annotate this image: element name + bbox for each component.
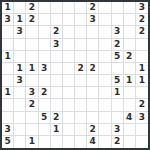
clue-cell-r0c7: 2 (87, 2, 99, 14)
clue-cell-r11c7: 4 (87, 136, 99, 148)
empty-cell-r7c11[interactable] (136, 87, 148, 99)
empty-cell-r5c8[interactable] (99, 63, 111, 75)
empty-cell-r5c4[interactable] (51, 63, 63, 75)
empty-cell-r10c3[interactable] (39, 124, 51, 136)
clue-cell-r2c1: 3 (14, 26, 26, 38)
empty-cell-r10c1[interactable] (14, 124, 26, 136)
clue-cell-r4c10: 2 (124, 51, 136, 63)
empty-cell-r8c6[interactable] (75, 99, 87, 111)
clue-cell-r5c11: 1 (136, 63, 148, 75)
empty-cell-r3c5[interactable] (63, 39, 75, 51)
clue-cell-r3c4: 3 (51, 39, 63, 51)
empty-cell-r9c5[interactable] (63, 112, 75, 124)
clue-cell-r5c6: 2 (75, 63, 87, 75)
clue-cell-r7c3: 2 (39, 87, 51, 99)
empty-cell-r11c5[interactable] (63, 136, 75, 148)
empty-cell-r3c6[interactable] (75, 39, 87, 51)
empty-cell-r6c5[interactable] (63, 75, 75, 87)
clue-cell-r11c2: 1 (26, 136, 38, 148)
empty-cell-r4c8[interactable] (99, 51, 111, 63)
empty-cell-r1c10[interactable] (124, 14, 136, 26)
clue-cell-r10c9: 3 (112, 124, 124, 136)
clue-cell-r1c7: 3 (87, 14, 99, 26)
empty-cell-r7c7[interactable] (87, 87, 99, 99)
empty-cell-r0c6[interactable] (75, 2, 87, 14)
clue-cell-r11c0: 5 (2, 136, 14, 148)
empty-cell-r3c3[interactable] (39, 39, 51, 51)
empty-cell-r9c1[interactable] (14, 112, 26, 124)
empty-cell-r0c9[interactable] (112, 2, 124, 14)
clue-cell-r9c10: 4 (124, 112, 136, 124)
empty-cell-r2c8[interactable] (99, 26, 111, 38)
empty-cell-r11c4[interactable] (51, 136, 63, 148)
empty-cell-r3c0[interactable] (2, 39, 14, 51)
empty-cell-r4c11[interactable] (136, 51, 148, 63)
empty-cell-r7c6[interactable] (75, 87, 87, 99)
empty-cell-r9c7[interactable] (87, 112, 99, 124)
empty-cell-r9c9[interactable] (112, 112, 124, 124)
clue-cell-r2c9: 3 (112, 26, 124, 38)
empty-cell-r3c10[interactable] (124, 39, 136, 51)
empty-cell-r2c5[interactable] (63, 26, 75, 38)
empty-cell-r3c11[interactable] (136, 39, 148, 51)
empty-cell-r0c5[interactable] (63, 2, 75, 14)
empty-cell-r6c7[interactable] (87, 75, 99, 87)
clue-cell-r0c2: 2 (26, 2, 38, 14)
clue-cell-r6c10: 1 (124, 75, 136, 87)
empty-cell-r2c0[interactable] (2, 26, 14, 38)
empty-cell-r7c10[interactable] (124, 87, 136, 99)
clue-cell-r7c0: 1 (2, 87, 14, 99)
clue-cell-r10c7: 2 (87, 124, 99, 136)
empty-cell-r4c3[interactable] (39, 51, 51, 63)
empty-cell-r2c3[interactable] (39, 26, 51, 38)
clue-cell-r5c7: 2 (87, 63, 99, 75)
clue-cell-r11c9: 2 (112, 136, 124, 148)
clue-cell-r0c11: 3 (136, 2, 148, 14)
clue-cell-r9c4: 2 (51, 112, 63, 124)
clue-cell-r4c0: 1 (2, 51, 14, 63)
clue-cell-r5c2: 1 (26, 63, 38, 75)
clue-cell-r4c9: 5 (112, 51, 124, 63)
empty-cell-r8c8[interactable] (99, 99, 111, 111)
empty-cell-r6c4[interactable] (51, 75, 63, 87)
clue-cell-r3c9: 2 (112, 39, 124, 51)
empty-cell-r2c6[interactable] (75, 26, 87, 38)
empty-cell-r0c10[interactable] (124, 2, 136, 14)
empty-cell-r8c1[interactable] (14, 99, 26, 111)
empty-cell-r1c4[interactable] (51, 14, 63, 26)
empty-cell-r4c1[interactable] (14, 51, 26, 63)
clue-cell-r2c11: 2 (136, 26, 148, 38)
empty-cell-r8c0[interactable] (2, 99, 14, 111)
empty-cell-r3c7[interactable] (87, 39, 99, 51)
empty-cell-r7c1[interactable] (14, 87, 26, 99)
empty-cell-r4c5[interactable] (63, 51, 75, 63)
clue-cell-r0c0: 1 (2, 2, 14, 14)
empty-cell-r7c5[interactable] (63, 87, 75, 99)
empty-cell-r11c6[interactable] (75, 136, 87, 148)
empty-cell-r1c9[interactable] (112, 14, 124, 26)
empty-cell-r8c3[interactable] (39, 99, 51, 111)
empty-cell-r0c1[interactable] (14, 2, 26, 14)
clue-cell-r2c4: 2 (51, 26, 63, 38)
empty-cell-r4c7[interactable] (87, 51, 99, 63)
empty-cell-r8c7[interactable] (87, 99, 99, 111)
empty-cell-r10c2[interactable] (26, 124, 38, 136)
empty-cell-r7c8[interactable] (99, 87, 111, 99)
empty-cell-r1c5[interactable] (63, 14, 75, 26)
empty-cell-r8c4[interactable] (51, 99, 63, 111)
empty-cell-r2c10[interactable] (124, 26, 136, 38)
clue-cell-r10c0: 3 (2, 124, 14, 136)
empty-cell-r3c8[interactable] (99, 39, 111, 51)
clue-cell-r5c1: 1 (14, 63, 26, 75)
empty-cell-r11c3[interactable] (39, 136, 51, 148)
empty-cell-r5c5[interactable] (63, 63, 75, 75)
empty-cell-r10c10[interactable] (124, 124, 136, 136)
empty-cell-r11c11[interactable] (136, 136, 148, 148)
empty-cell-r7c4[interactable] (51, 87, 63, 99)
empty-cell-r8c9[interactable] (112, 99, 124, 111)
empty-cell-r5c9[interactable] (112, 63, 124, 75)
empty-cell-r6c8[interactable] (99, 75, 111, 87)
clue-cell-r8c11: 2 (136, 99, 148, 111)
clue-cell-r1c2: 2 (26, 14, 38, 26)
empty-cell-r10c11[interactable] (136, 124, 148, 136)
empty-cell-r0c8[interactable] (99, 2, 111, 14)
empty-cell-r9c0[interactable] (2, 112, 14, 124)
empty-cell-r6c6[interactable] (75, 75, 87, 87)
empty-cell-r3c2[interactable] (26, 39, 38, 51)
puzzle-board: 1223312323232321521132213511132122524331… (0, 0, 150, 150)
clue-cell-r9c3: 5 (39, 112, 51, 124)
empty-cell-r10c8[interactable] (99, 124, 111, 136)
clue-cell-r8c2: 2 (26, 99, 38, 111)
empty-cell-r3c1[interactable] (14, 39, 26, 51)
clue-cell-r6c11: 1 (136, 75, 148, 87)
clue-cell-r6c9: 5 (112, 75, 124, 87)
clue-cell-r1c0: 3 (2, 14, 14, 26)
empty-cell-r8c10[interactable] (124, 99, 136, 111)
clue-cell-r6c1: 3 (14, 75, 26, 87)
empty-cell-r5c10[interactable] (124, 63, 136, 75)
clue-cell-r7c9: 1 (112, 87, 124, 99)
clue-cell-r5c3: 3 (39, 63, 51, 75)
empty-cell-r9c6[interactable] (75, 112, 87, 124)
empty-cell-r6c0[interactable] (2, 75, 14, 87)
empty-cell-r9c2[interactable] (26, 112, 38, 124)
empty-cell-r11c10[interactable] (124, 136, 136, 148)
empty-cell-r5c0[interactable] (2, 63, 14, 75)
empty-cell-r1c6[interactable] (75, 14, 87, 26)
empty-cell-r0c4[interactable] (51, 2, 63, 14)
empty-cell-r4c4[interactable] (51, 51, 63, 63)
clue-cell-r9c11: 3 (136, 112, 148, 124)
empty-cell-r11c8[interactable] (99, 136, 111, 148)
empty-cell-r2c7[interactable] (87, 26, 99, 38)
empty-cell-r4c6[interactable] (75, 51, 87, 63)
clue-cell-r1c11: 2 (136, 14, 148, 26)
empty-cell-r11c1[interactable] (14, 136, 26, 148)
empty-cell-r10c5[interactable] (63, 124, 75, 136)
clue-cell-r1c1: 1 (14, 14, 26, 26)
empty-cell-r1c3[interactable] (39, 14, 51, 26)
clue-cell-r7c2: 3 (26, 87, 38, 99)
empty-cell-r8c5[interactable] (63, 99, 75, 111)
empty-cell-r9c8[interactable] (99, 112, 111, 124)
empty-cell-r0c3[interactable] (39, 2, 51, 14)
empty-cell-r6c3[interactable] (39, 75, 51, 87)
empty-cell-r6c2[interactable] (26, 75, 38, 87)
empty-cell-r2c2[interactable] (26, 26, 38, 38)
empty-cell-r4c2[interactable] (26, 51, 38, 63)
clue-cell-r10c4: 1 (51, 124, 63, 136)
empty-cell-r10c6[interactable] (75, 124, 87, 136)
empty-cell-r1c8[interactable] (99, 14, 111, 26)
